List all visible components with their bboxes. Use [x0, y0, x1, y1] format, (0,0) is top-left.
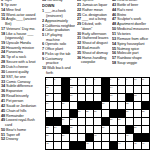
clue-item: 39 Read leisurely — [1, 94, 39, 98]
block-cell — [102, 86, 109, 93]
letter-cell[interactable]: 23 — [46, 110, 53, 117]
letter-cell[interactable]: 45 — [134, 142, 141, 149]
block-cell — [62, 126, 69, 133]
clue-number: 52 — [1, 137, 6, 141]
clue-number: 44 — [112, 8, 117, 12]
letter-cell[interactable]: 8 — [118, 78, 125, 85]
block-cell — [54, 118, 61, 125]
block-cell — [102, 78, 109, 85]
letter-cell[interactable]: 2 — [54, 78, 61, 85]
letter-cell[interactable]: 28 — [142, 110, 149, 117]
clue-number: 17 — [1, 27, 6, 31]
letter-cell[interactable]: 11 — [142, 78, 149, 85]
letter-cell[interactable] — [142, 126, 149, 133]
letter-cell[interactable]: 22 — [126, 102, 133, 109]
clue-item: 32 SST, for one — [1, 75, 39, 79]
clue-number: 45 — [1, 109, 6, 113]
block-cell — [110, 142, 117, 149]
clue-number: 50 — [1, 128, 6, 132]
clue-number: 30 — [77, 32, 82, 36]
clue-number: 9 — [1, 3, 4, 7]
block-cell — [62, 94, 69, 101]
letter-cell[interactable] — [118, 126, 125, 133]
letter-cell[interactable]: 9 — [126, 78, 133, 85]
clue-item: 6 Operatic solo — [42, 42, 75, 46]
clue-item: 9 Tip over — [1, 3, 39, 7]
letter-cell[interactable]: 35 — [70, 126, 77, 133]
clue-item: 33 Bad-mouth — [77, 46, 110, 50]
clue-item: 50 Medicinal measures — [112, 27, 149, 31]
clue-item: 26 Tip of a sock — [1, 55, 39, 59]
clue-item: 2 Approximately — [42, 19, 75, 23]
letter-cell[interactable] — [94, 126, 101, 133]
clue-item: 22 Rather mean — [77, 8, 110, 12]
letter-cell[interactable]: 24 — [78, 110, 85, 117]
clue-item: 14 Mine find — [1, 8, 39, 12]
clue-number: 51 — [112, 32, 117, 36]
clue-item: 41 Pet person — [1, 99, 39, 103]
clue-number: 4 — [42, 28, 45, 32]
clue-number: 35 — [77, 51, 82, 55]
clue-number: 21 — [77, 3, 82, 7]
letter-cell[interactable] — [54, 94, 61, 101]
block-cell — [126, 94, 133, 101]
clue-number: 50 — [112, 27, 117, 31]
cell-number: 2 — [54, 78, 55, 80]
clue-number: 42 — [1, 104, 6, 108]
letter-cell[interactable] — [110, 134, 117, 141]
cell-number: 29 — [62, 118, 64, 120]
letter-cell[interactable]: 20 — [62, 102, 69, 109]
letter-cell[interactable]: 31 — [110, 118, 117, 125]
cell-number: 38 — [46, 134, 48, 136]
letter-cell[interactable] — [134, 102, 141, 109]
letter-cell[interactable] — [86, 86, 93, 93]
letter-cell[interactable] — [102, 142, 109, 149]
clue-number: 5 — [42, 33, 45, 37]
clue-item: 17 Veterans' Day mo. — [1, 27, 39, 31]
clue-number: 55 — [112, 47, 117, 51]
clue-number: 24 — [1, 50, 6, 54]
cell-number: 20 — [62, 102, 64, 104]
letter-cell[interactable]: 33 — [46, 126, 53, 133]
cell-number: 13 — [70, 86, 72, 88]
clue-number: 31 — [77, 36, 82, 40]
cell-number: 24 — [78, 110, 80, 112]
clue-item: 56 Molecule part — [112, 51, 149, 55]
letter-cell[interactable]: 46 — [142, 142, 149, 149]
cell-number: 16 — [70, 94, 72, 96]
cell-number: 9 — [126, 78, 127, 80]
clue-number: 10 — [42, 66, 47, 70]
letter-cell[interactable] — [78, 94, 85, 101]
clue-number: 41 — [1, 99, 6, 103]
clue-number: 9 — [42, 57, 45, 61]
letter-cell[interactable] — [118, 86, 125, 93]
letter-cell[interactable] — [142, 94, 149, 101]
cell-number: 37 — [134, 126, 136, 128]
clue-item: 1 ___-in-cheek (insincere) — [42, 9, 75, 18]
clue-number: 1 — [42, 9, 45, 13]
cell-number: 43 — [86, 142, 88, 144]
clue-number: 19 — [1, 41, 6, 45]
clue-number: 46 — [112, 13, 117, 17]
cell-number: 8 — [118, 78, 119, 80]
cell-number: 5 — [86, 78, 87, 80]
letter-cell[interactable] — [70, 102, 77, 109]
letter-cell[interactable]: 43 — [86, 142, 93, 149]
clue-number: 43 — [112, 3, 117, 7]
cell-number: 1 — [46, 78, 47, 80]
clue-item: 53 Remove from office — [112, 37, 149, 41]
clue-item: 29 Diluted, with "down" — [77, 22, 110, 31]
clue-number: 27 — [77, 17, 82, 21]
clue-item: 47 Sculptor's work — [112, 17, 149, 21]
clue-number: 15 — [1, 13, 6, 17]
clue-item: 42 Saudi or Jordanian — [1, 104, 39, 108]
clue-item: 52 Drowsy — [1, 137, 39, 141]
letter-cell[interactable]: 17 — [110, 94, 117, 101]
clue-item: 48 Apartment dweller — [112, 22, 149, 26]
across-clue-column: 8 Tops9 Tip over14 Mine find15 Worst-act… — [1, 0, 39, 142]
letter-cell[interactable] — [86, 94, 93, 101]
letter-cell[interactable] — [54, 110, 61, 117]
letter-cell[interactable]: 34 — [54, 126, 61, 133]
block-cell — [78, 102, 85, 109]
clue-item: 55 Nutmeg spice — [112, 47, 149, 51]
cell-number: 25 — [86, 110, 88, 112]
down-clue-column-1: 56 Go astray DOWN 1 ___-in-cheek (insinc… — [42, 0, 75, 75]
clue-item: 8 Picks up the tab — [42, 52, 75, 56]
clue-number: 32 — [77, 41, 82, 45]
clue-number: 51 — [1, 133, 6, 137]
letter-cell[interactable]: 4 — [78, 78, 85, 85]
letter-cell[interactable] — [78, 86, 85, 93]
clue-item: 15 Worst-actor award — [1, 13, 39, 17]
cell-number: 14 — [110, 86, 112, 88]
clue-number: 42 — [112, 0, 117, 2]
letter-cell[interactable]: 36 — [102, 126, 109, 133]
clue-number: 29 — [77, 22, 82, 26]
letter-cell[interactable] — [94, 86, 101, 93]
letter-cell[interactable] — [94, 118, 101, 125]
letter-cell[interactable]: 38 — [46, 134, 53, 141]
clue-item: 5 LP-playing machine — [42, 33, 75, 42]
clue-item: 24 Panorama — [1, 50, 39, 54]
clue-item: 9 Customary practice — [42, 57, 75, 66]
block-cell — [110, 110, 117, 117]
block-cell — [102, 94, 109, 101]
cell-number: 7 — [110, 78, 111, 80]
letter-cell[interactable] — [102, 110, 109, 117]
cell-number: 3 — [70, 78, 71, 80]
clue-number: 20 — [1, 46, 6, 50]
clue-number: 20 — [77, 0, 82, 2]
clue-number: 28 — [1, 60, 6, 64]
clue-item: 25 Co. designation — [77, 13, 110, 17]
block-cell — [62, 86, 69, 93]
clue-item: 34 Subtle difference — [1, 84, 39, 88]
cell-number: 40 — [94, 134, 96, 136]
cell-number: 21 — [102, 102, 104, 104]
down-header: DOWN — [42, 4, 75, 9]
cell-number: 15 — [46, 94, 48, 96]
letter-cell[interactable] — [102, 134, 109, 141]
letter-cell[interactable] — [110, 126, 117, 133]
clue-item: 30 Early afternoon — [77, 32, 110, 36]
block-cell — [102, 118, 109, 125]
letter-cell[interactable]: 42 — [46, 142, 53, 149]
letter-cell[interactable]: 14 — [110, 86, 117, 93]
clue-item: 48 Remainder — [1, 114, 39, 118]
clue-item: 28 Secure with a knot — [1, 60, 39, 64]
cell-number: 4 — [78, 78, 79, 80]
clue-item: 36 Expansive — [1, 89, 39, 93]
crossword-grid: 1234567891011121314151617181920212223242… — [45, 77, 150, 150]
cell-number: 12 — [46, 86, 48, 88]
cell-number: 33 — [46, 126, 48, 128]
letter-cell[interactable] — [62, 110, 69, 117]
letter-cell[interactable] — [118, 102, 125, 109]
letter-cell[interactable] — [78, 126, 85, 133]
letter-cell[interactable] — [134, 118, 141, 125]
clue-number: 33 — [77, 46, 82, 50]
clue-item: 51 Victories — [112, 32, 149, 36]
clue-item: 18 Like a house ___ (vigorously) — [1, 32, 39, 41]
cell-number: 31 — [110, 118, 112, 120]
letter-cell[interactable] — [78, 118, 85, 125]
letter-cell[interactable]: 32 — [118, 118, 125, 125]
letter-cell[interactable] — [94, 94, 101, 101]
clue-number: 57 — [112, 56, 117, 60]
cell-number: 44 — [118, 142, 120, 144]
letter-cell[interactable]: 25 — [86, 110, 93, 117]
clue-number: 18 — [1, 32, 6, 36]
letter-cell[interactable] — [94, 142, 101, 149]
letter-cell[interactable] — [134, 110, 141, 117]
cell-number: 17 — [110, 94, 112, 96]
clue-number: 56 — [42, 0, 47, 2]
letter-cell[interactable]: 44 — [118, 142, 125, 149]
letter-cell[interactable]: 18 — [134, 94, 141, 101]
clue-number: 2 — [42, 19, 45, 23]
clue-item: 56 Go astray — [42, 0, 75, 2]
clue-item: 20 Heavenly missive — [1, 46, 39, 50]
cell-number: 26 — [94, 110, 96, 112]
clue-number: 16 — [1, 17, 6, 21]
clue-number: 30 — [1, 70, 6, 74]
letter-cell[interactable]: 5 — [86, 78, 93, 85]
down-clue-column-2: 20 Sphere21 Jamaican liquor22 Rather mea… — [77, 0, 110, 65]
clue-number: 39 — [1, 94, 6, 98]
clue-number: 33 — [1, 80, 6, 84]
cell-number: 10 — [134, 78, 136, 80]
letter-cell[interactable]: 37 — [134, 126, 141, 133]
clue-number: 25 — [77, 13, 82, 17]
letter-cell[interactable] — [126, 86, 133, 93]
letter-cell[interactable]: 3 — [70, 78, 77, 85]
cell-number: 42 — [46, 142, 48, 144]
cell-number: 27 — [126, 110, 128, 112]
block-cell — [126, 126, 133, 133]
clue-item: 50 Bear's home — [1, 128, 39, 132]
clue-item: 27 ___ out a living — [77, 17, 110, 21]
letter-cell[interactable]: 10 — [134, 78, 141, 85]
letter-cell[interactable] — [54, 102, 61, 109]
block-cell — [94, 102, 101, 109]
clue-item: 19 Upscale Honda — [1, 41, 39, 45]
letter-cell[interactable] — [118, 94, 125, 101]
cell-number: 46 — [142, 142, 144, 144]
letter-cell[interactable] — [134, 86, 141, 93]
letter-cell[interactable] — [142, 118, 149, 125]
clue-number: 49 — [1, 118, 6, 122]
clue-item: 51 Taper off — [1, 133, 39, 137]
clue-item: 31 Gathered leaves — [77, 36, 110, 40]
clue-item: 16 Anglo-___ (ancient Brit) — [1, 17, 39, 26]
clue-number: 6 — [42, 42, 45, 46]
letter-cell[interactable]: 13 — [70, 86, 77, 93]
block-cell — [78, 142, 85, 149]
cell-number: 11 — [142, 78, 144, 80]
block-cell — [134, 134, 141, 141]
letter-cell[interactable] — [62, 142, 69, 149]
letter-cell[interactable] — [54, 86, 61, 93]
block-cell — [46, 118, 53, 125]
clue-number: 32 — [1, 75, 6, 79]
cell-number: 32 — [118, 118, 120, 120]
clue-number: 8 — [42, 52, 45, 56]
block-cell — [70, 142, 77, 149]
clue-number: 29 — [1, 65, 6, 69]
clue-item: 29 Dutch cheese — [1, 65, 39, 69]
clue-item: 33 Comic Conway — [1, 80, 39, 84]
clue-number: 47 — [112, 17, 117, 21]
cell-number: 6 — [94, 78, 95, 80]
clue-item: 10 Walk back and forth — [42, 66, 75, 75]
clue-item: 54 Spiny houseplant — [112, 42, 149, 46]
letter-cell[interactable]: 21 — [102, 102, 109, 109]
clue-item: 3 California neighbor — [42, 24, 75, 28]
clue-number: 58 — [112, 61, 117, 65]
letter-cell[interactable]: 12 — [46, 86, 53, 93]
block-cell — [86, 102, 93, 109]
letter-cell[interactable] — [78, 134, 85, 141]
clue-item: 35 Shout of dismay — [77, 51, 110, 55]
letter-cell[interactable]: 1 — [46, 78, 53, 85]
letter-cell[interactable]: 39 — [62, 134, 69, 141]
letter-cell[interactable]: 40 — [94, 134, 101, 141]
cell-number: 41 — [126, 134, 128, 136]
letter-cell[interactable]: 16 — [70, 94, 77, 101]
cell-number: 22 — [126, 102, 128, 104]
letter-cell[interactable] — [142, 86, 149, 93]
letter-cell[interactable] — [126, 142, 133, 149]
cell-number: 36 — [102, 126, 104, 128]
clue-item: 43 Bottle of beer — [112, 3, 149, 7]
clue-item: 44 Rat's nest — [112, 8, 149, 12]
letter-cell[interactable]: 27 — [126, 110, 133, 117]
clue-item: 45 Chain of hills — [1, 109, 39, 113]
letter-cell[interactable] — [86, 126, 93, 133]
letter-cell[interactable]: 26 — [94, 110, 101, 117]
clue-number: 54 — [112, 42, 117, 46]
block-cell — [118, 110, 125, 117]
letter-cell[interactable]: 6 — [94, 78, 101, 85]
cell-number: 45 — [134, 142, 136, 144]
cell-number: 23 — [46, 110, 48, 112]
clue-number: 22 — [77, 8, 82, 12]
letter-cell[interactable] — [110, 102, 117, 109]
clue-item: 58 Soup veggie — [112, 61, 149, 65]
clue-number: 36 — [1, 89, 6, 93]
clue-item: 21 Jamaican liquor — [77, 3, 110, 7]
down-clue-column-3: 42 Kind of bean43 Bottle of beer44 Rat's… — [112, 0, 149, 66]
letter-cell[interactable]: 7 — [110, 78, 117, 85]
clue-item: 57 Rainbow shape — [112, 56, 149, 60]
letter-cell[interactable]: 30 — [70, 118, 77, 125]
block-cell — [86, 134, 93, 141]
clue-number: 56 — [112, 51, 117, 55]
block-cell — [70, 110, 77, 117]
block-cell — [62, 78, 69, 85]
cell-number: 18 — [134, 94, 136, 96]
clue-item: 46 Bistro — [112, 13, 149, 17]
cell-number: 19 — [46, 102, 48, 104]
clue-number: 26 — [1, 55, 6, 59]
cell-number: 30 — [70, 118, 72, 120]
cell-number: 35 — [70, 126, 72, 128]
clue-number: 34 — [1, 84, 6, 88]
letter-cell[interactable]: 15 — [46, 94, 53, 101]
letter-cell[interactable]: 29 — [62, 118, 69, 125]
clue-number: 8 — [1, 0, 4, 2]
cell-number: 28 — [142, 110, 144, 112]
letter-cell[interactable] — [86, 118, 93, 125]
clue-item: 4 Color gradation — [42, 28, 75, 32]
block-cell — [142, 134, 149, 141]
clue-number: 53 — [112, 37, 117, 41]
letter-cell[interactable]: 19 — [46, 102, 53, 109]
clue-item: 7 Office plant — [42, 47, 75, 51]
letter-cell[interactable] — [126, 118, 133, 125]
crossword-page: 8 Tops9 Tip over14 Mine find15 Worst-act… — [0, 0, 150, 150]
letter-cell[interactable] — [70, 134, 77, 141]
clue-number: 36 — [77, 56, 82, 60]
clue-number: 3 — [42, 24, 45, 28]
letter-cell[interactable] — [118, 134, 125, 141]
down-list-main: 1 ___-in-cheek (insincere)2 Approximatel… — [42, 9, 75, 75]
clue-item: 30 Lowest quality — [1, 70, 39, 74]
clue-number: 48 — [112, 22, 117, 26]
letter-cell[interactable] — [54, 134, 61, 141]
letter-cell[interactable]: 41 — [126, 134, 133, 141]
down-list-top: 56 Go astray — [42, 0, 75, 2]
clue-item: 36 Horse-handling cowpoke — [77, 56, 110, 65]
block-cell — [142, 102, 149, 109]
cell-number: 39 — [62, 134, 64, 136]
clue-number: 7 — [42, 47, 45, 51]
clue-item: 32 Shout of disgust — [77, 41, 110, 45]
clue-item: 49 Lowest royal-flush card — [1, 118, 39, 127]
clue-number: 48 — [1, 114, 6, 118]
letter-cell[interactable] — [54, 142, 61, 149]
clue-number: 14 — [1, 8, 6, 12]
cell-number: 34 — [54, 126, 56, 128]
